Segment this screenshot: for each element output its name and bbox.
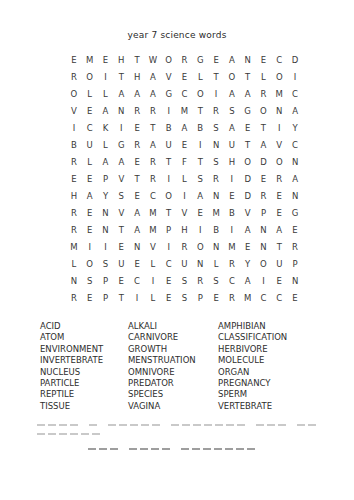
grid-cell[interactable]: A <box>145 68 161 85</box>
grid-cell[interactable]: T <box>208 68 224 85</box>
letter-blank-dash <box>308 424 316 426</box>
letter-blank-dash <box>247 448 255 450</box>
grid-cell[interactable]: R <box>129 102 145 119</box>
letter-blank-dash <box>140 448 148 450</box>
grid-cell[interactable]: M <box>271 85 287 102</box>
grid-cell[interactable]: H <box>177 221 193 238</box>
letter-blank-dash <box>192 448 200 450</box>
grid-cell[interactable]: E <box>129 119 145 136</box>
grid-cell[interactable]: C <box>161 255 177 272</box>
grid-cell[interactable]: E <box>129 153 145 170</box>
answer-line <box>0 448 354 450</box>
grid-cell[interactable]: O <box>66 85 82 102</box>
grid-cell[interactable]: A <box>240 272 256 289</box>
grid-cell[interactable]: S <box>82 272 98 289</box>
grid-cell[interactable]: E <box>129 255 145 272</box>
grid-cell[interactable]: E <box>66 170 82 187</box>
grid-cell[interactable]: K <box>98 119 114 136</box>
grid-cell[interactable]: O <box>240 153 256 170</box>
grid-cell[interactable]: E <box>208 289 224 306</box>
grid-cell[interactable]: L <box>208 255 224 272</box>
grid-cell[interactable]: Y <box>287 119 303 136</box>
grid-cell[interactable]: V <box>240 204 256 221</box>
word-item: ACID <box>40 321 103 332</box>
grid-cell[interactable]: R <box>287 238 303 255</box>
grid-cell[interactable]: C <box>271 51 287 68</box>
grid-cell[interactable]: T <box>161 204 177 221</box>
grid-cell[interactable]: R <box>224 255 240 272</box>
letter-blank-dash <box>182 424 190 426</box>
grid-cell[interactable]: N <box>287 187 303 204</box>
grid-cell[interactable]: R <box>271 170 287 187</box>
grid-cell[interactable]: W <box>145 51 161 68</box>
letter-blank-dash <box>204 424 212 426</box>
letter-blank-dash <box>70 433 78 435</box>
grid-cell[interactable]: H <box>129 68 145 85</box>
grid-cell[interactable]: I <box>161 102 177 119</box>
grid-cell[interactable]: A <box>224 85 240 102</box>
grid-cell[interactable]: A <box>287 170 303 187</box>
grid-cell[interactable]: C <box>129 272 145 289</box>
grid-cell[interactable]: H <box>224 153 240 170</box>
grid-cell[interactable]: R <box>66 204 82 221</box>
grid-cell[interactable]: R <box>192 272 208 289</box>
word-item: VERTEBRATE <box>218 401 287 412</box>
word-list-column: ALKALICARNIVOREGROWTHMENSTRUATIONOMNIVOR… <box>128 321 196 412</box>
grid-cell[interactable]: I <box>287 68 303 85</box>
grid-cell[interactable]: N <box>192 255 208 272</box>
grid-cell[interactable]: O <box>82 255 98 272</box>
blank-word-group <box>37 424 81 426</box>
grid-cell[interactable]: E <box>240 119 256 136</box>
grid-cell[interactable]: A <box>240 85 256 102</box>
grid-cell[interactable]: S <box>224 102 240 119</box>
grid-cell[interactable]: N <box>208 136 224 153</box>
grid-cell[interactable]: A <box>145 136 161 153</box>
grid-cell[interactable]: E <box>82 102 98 119</box>
letter-blank-dash <box>225 448 233 450</box>
grid-cell[interactable]: E <box>161 272 177 289</box>
grid-cell[interactable]: V <box>113 170 129 187</box>
grid-cell[interactable]: P <box>256 204 272 221</box>
word-item: SPECIES <box>128 389 196 400</box>
letter-blank-dash <box>37 433 45 435</box>
grid-cell[interactable]: O <box>82 68 98 85</box>
grid-cell[interactable]: N <box>66 272 82 289</box>
grid-cell[interactable]: A <box>113 85 129 102</box>
grid-cell[interactable]: A <box>240 221 256 238</box>
letter-blank-dash <box>256 424 264 426</box>
grid-cell[interactable]: I <box>224 170 240 187</box>
word-list-column: ACIDATOMENVIRONMENTINVERTEBRATENUCLEUSPA… <box>40 321 103 412</box>
grid-cell[interactable]: E <box>82 289 98 306</box>
grid-cell[interactable]: B <box>208 221 224 238</box>
grid-cell[interactable]: A <box>129 204 145 221</box>
word-item: HERBIVORE <box>218 344 287 355</box>
grid-cell[interactable]: V <box>177 204 193 221</box>
grid-cell[interactable]: E <box>271 204 287 221</box>
grid-cell[interactable]: G <box>113 136 129 153</box>
grid-cell[interactable]: I <box>113 119 129 136</box>
grid-cell[interactable]: M <box>145 204 161 221</box>
grid-cell[interactable]: M <box>145 221 161 238</box>
grid-cell[interactable]: P <box>287 255 303 272</box>
grid-cell[interactable]: I <box>129 289 145 306</box>
grid-cell[interactable]: V <box>271 136 287 153</box>
word-item: NUCLEUS <box>40 367 103 378</box>
grid-cell[interactable]: P <box>98 170 114 187</box>
grid-cell[interactable]: I <box>161 170 177 187</box>
grid-cell[interactable]: R <box>256 187 272 204</box>
grid-cell[interactable]: E <box>287 289 303 306</box>
grid-cell[interactable]: R <box>177 238 193 255</box>
word-list-column: AMPHIBIANCLASSIFICATIONHERBIVOREMOLECULE… <box>218 321 287 412</box>
grid-cell[interactable]: E <box>192 204 208 221</box>
letter-blank-dash <box>89 424 97 426</box>
grid-cell[interactable]: E <box>240 238 256 255</box>
grid-cell[interactable]: E <box>66 51 82 68</box>
grid-cell[interactable]: S <box>113 187 129 204</box>
grid-cell[interactable]: R <box>208 102 224 119</box>
grid-cell[interactable]: U <box>113 255 129 272</box>
grid-cell[interactable]: M <box>82 51 98 68</box>
letter-blank-dash <box>151 448 159 450</box>
grid-cell[interactable]: I <box>161 238 177 255</box>
letter-blank-dash <box>203 448 211 450</box>
letter-blank-dash <box>130 424 138 426</box>
grid-cell[interactable]: O <box>224 68 240 85</box>
grid-cell[interactable]: L <box>98 136 114 153</box>
answer-line <box>37 424 317 426</box>
letter-blank-dash <box>88 448 96 450</box>
grid-cell[interactable]: S <box>208 153 224 170</box>
grid-cell[interactable]: G <box>240 102 256 119</box>
grid-cell[interactable]: I <box>145 272 161 289</box>
grid-cell[interactable]: T <box>113 221 129 238</box>
grid-cell[interactable]: T <box>145 119 161 136</box>
letter-blank-dash <box>59 424 67 426</box>
grid-cell[interactable]: N <box>129 238 145 255</box>
grid-cell[interactable]: I <box>66 119 82 136</box>
grid-cell[interactable]: R <box>66 153 82 170</box>
letter-blank-dash <box>70 424 78 426</box>
word-item: CLASSIFICATION <box>218 332 287 343</box>
grid-cell[interactable]: L <box>256 68 272 85</box>
grid-cell[interactable]: N <box>113 102 129 119</box>
grid-cell[interactable]: I <box>98 238 114 255</box>
letter-blank-dash <box>237 424 245 426</box>
grid-cell[interactable]: E <box>177 68 193 85</box>
grid-cell[interactable]: L <box>145 289 161 306</box>
grid-cell[interactable]: B <box>66 136 82 153</box>
grid-cell[interactable]: D <box>240 187 256 204</box>
grid-cell[interactable]: U <box>177 255 193 272</box>
grid-cell[interactable]: C <box>82 119 98 136</box>
grid-cell[interactable]: T <box>240 68 256 85</box>
grid-cell[interactable]: H <box>113 51 129 68</box>
grid-cell[interactable]: R <box>145 170 161 187</box>
grid-cell[interactable]: A <box>113 153 129 170</box>
letter-blank-dash <box>108 424 116 426</box>
word-item: ATOM <box>40 332 103 343</box>
grid-cell[interactable]: T <box>161 153 177 170</box>
grid-cell[interactable]: N <box>287 153 303 170</box>
word-item: ENVIRONMENT <box>40 344 103 355</box>
grid-cell[interactable]: L <box>192 68 208 85</box>
grid-cell[interactable]: E <box>129 187 145 204</box>
grid-cell[interactable]: I <box>224 221 240 238</box>
word-item: PARTICLE <box>40 378 103 389</box>
grid-cell[interactable]: P <box>161 221 177 238</box>
grid-cell[interactable]: U <box>82 136 98 153</box>
grid-cell[interactable]: S <box>208 272 224 289</box>
grid-cell[interactable]: E <box>208 51 224 68</box>
letter-blank-dash <box>152 424 160 426</box>
grid-cell[interactable]: I <box>82 238 98 255</box>
grid-cell[interactable]: T <box>192 153 208 170</box>
grid-cell[interactable]: P <box>192 289 208 306</box>
grid-cell[interactable]: L <box>98 85 114 102</box>
grid-cell[interactable]: U <box>161 136 177 153</box>
word-item: REPTILE <box>40 389 103 400</box>
grid-cell[interactable]: A <box>98 102 114 119</box>
grid-cell[interactable]: I <box>177 187 193 204</box>
grid-cell[interactable]: C <box>145 187 161 204</box>
grid-cell[interactable]: C <box>224 272 240 289</box>
letter-blank-dash <box>141 424 149 426</box>
grid-cell[interactable]: A <box>271 221 287 238</box>
blank-word-group <box>89 424 100 426</box>
word-item: VAGINA <box>128 401 196 412</box>
grid-cell[interactable]: U <box>271 255 287 272</box>
grid-cell[interactable]: A <box>192 187 208 204</box>
grid-cell[interactable]: V <box>113 204 129 221</box>
grid-cell[interactable]: E <box>256 51 272 68</box>
grid-cell[interactable]: I <box>271 119 287 136</box>
grid-cell[interactable]: D <box>256 153 272 170</box>
grid-cell[interactable]: V <box>161 68 177 85</box>
word-item: ALKALI <box>128 321 196 332</box>
grid-cell[interactable]: V <box>66 102 82 119</box>
grid-cell[interactable]: O <box>161 187 177 204</box>
grid-cell[interactable]: E <box>113 238 129 255</box>
grid-cell[interactable]: S <box>177 289 193 306</box>
answer-line <box>37 433 317 435</box>
puzzle-title: year 7 science words <box>0 30 354 40</box>
letter-blank-dash <box>236 448 244 450</box>
letter-blank-dash <box>215 424 223 426</box>
grid-cell[interactable]: S <box>192 170 208 187</box>
grid-cell[interactable]: E <box>82 221 98 238</box>
grid-cell[interactable]: M <box>66 238 82 255</box>
blank-word-group <box>181 448 258 450</box>
grid-cell[interactable]: C <box>287 85 303 102</box>
grid-cell[interactable]: R <box>129 136 145 153</box>
grid-cell[interactable]: A <box>224 51 240 68</box>
grid-cell[interactable]: E <box>256 170 272 187</box>
grid-cell[interactable]: E <box>177 136 193 153</box>
grid-cell[interactable]: P <box>98 289 114 306</box>
grid-cell[interactable]: R <box>177 51 193 68</box>
letter-blank-dash <box>59 433 67 435</box>
grid-cell[interactable]: N <box>98 221 114 238</box>
letter-blank-dash <box>129 448 137 450</box>
grid-cell[interactable]: B <box>224 204 240 221</box>
blank-word-group <box>37 433 103 435</box>
grid-cell[interactable]: N <box>256 238 272 255</box>
grid-cell[interactable]: T <box>256 119 272 136</box>
letter-blank-dash <box>162 448 170 450</box>
grid-cell[interactable]: N <box>208 187 224 204</box>
word-item: OMNIVORE <box>128 367 196 378</box>
letter-blank-dash <box>214 448 222 450</box>
grid-cell[interactable]: A <box>256 136 272 153</box>
grid-cell[interactable]: G <box>287 204 303 221</box>
grid-cell[interactable]: M <box>208 204 224 221</box>
grid-cell[interactable]: U <box>224 136 240 153</box>
grid-cell[interactable]: D <box>287 51 303 68</box>
grid-cell[interactable]: E <box>82 204 98 221</box>
word-item: SPERM <box>218 389 287 400</box>
grid-cell[interactable]: Y <box>98 187 114 204</box>
grid-cell[interactable]: O <box>256 102 272 119</box>
word-item: TISSUE <box>40 401 103 412</box>
word-item: GROWTH <box>128 344 196 355</box>
grid-cell[interactable]: A <box>224 119 240 136</box>
grid-cell[interactable]: O <box>161 51 177 68</box>
grid-cell[interactable]: A <box>287 102 303 119</box>
grid-cell[interactable]: F <box>177 153 193 170</box>
grid-cell[interactable]: R <box>66 221 82 238</box>
grid-cell[interactable]: H <box>66 187 82 204</box>
grid-cell[interactable]: L <box>177 170 193 187</box>
grid-cell[interactable]: A <box>177 119 193 136</box>
grid-cell[interactable]: N <box>287 272 303 289</box>
grid-cell[interactable]: V <box>145 238 161 255</box>
grid-cell[interactable]: O <box>271 153 287 170</box>
grid-cell[interactable]: T <box>113 289 129 306</box>
letter-blank-dash <box>226 424 234 426</box>
grid-cell[interactable]: I <box>98 68 114 85</box>
grid-cell[interactable]: E <box>82 170 98 187</box>
letter-blank-dash <box>37 424 45 426</box>
grid-cell[interactable]: O <box>192 85 208 102</box>
grid-cell[interactable]: O <box>192 238 208 255</box>
grid-cell[interactable]: E <box>287 221 303 238</box>
word-item: ORGAN <box>218 367 287 378</box>
grid-cell[interactable]: T <box>129 170 145 187</box>
grid-cell[interactable]: T <box>129 51 145 68</box>
grid-cell[interactable]: R <box>224 289 240 306</box>
grid-cell[interactable]: T <box>271 238 287 255</box>
letter-blank-dash <box>81 433 89 435</box>
letter-blank-dash <box>48 424 56 426</box>
grid-cell[interactable]: P <box>98 272 114 289</box>
grid-cell[interactable]: N <box>240 51 256 68</box>
grid-cell[interactable]: I <box>192 221 208 238</box>
grid-cell[interactable]: R <box>208 170 224 187</box>
grid-cell[interactable]: C <box>271 289 287 306</box>
grid-cell[interactable]: Y <box>240 255 256 272</box>
word-item: PREGNANCY <box>218 378 287 389</box>
grid-cell[interactable]: T <box>113 68 129 85</box>
grid-cell[interactable]: M <box>177 102 193 119</box>
grid-cell[interactable]: I <box>256 272 272 289</box>
grid-cell[interactable]: A <box>82 187 98 204</box>
worksheet-page: { "game": "word-search", "title": "year … <box>0 0 354 500</box>
grid-cell[interactable]: O <box>256 255 272 272</box>
grid-cell[interactable]: R <box>145 102 161 119</box>
grid-cell[interactable]: N <box>271 102 287 119</box>
grid-cell[interactable]: R <box>256 85 272 102</box>
grid-cell[interactable]: C <box>177 85 193 102</box>
grid-cell[interactable]: C <box>287 136 303 153</box>
letter-blank-dash <box>171 424 179 426</box>
grid-cell[interactable]: D <box>240 170 256 187</box>
letter-blank-dash <box>110 448 118 450</box>
grid-cell[interactable]: E <box>271 187 287 204</box>
grid-cell[interactable]: E <box>98 51 114 68</box>
grid-cell[interactable]: G <box>192 51 208 68</box>
grid-cell[interactable]: A <box>129 85 145 102</box>
blank-word-group <box>171 424 248 426</box>
grid-cell[interactable]: A <box>129 221 145 238</box>
word-item: MOLECULE <box>218 355 287 366</box>
letter-blank-dash <box>92 433 100 435</box>
grid-cell[interactable]: L <box>66 255 82 272</box>
grid-cell[interactable]: M <box>240 289 256 306</box>
grid-cell[interactable]: E <box>161 289 177 306</box>
grid-cell[interactable]: A <box>98 153 114 170</box>
grid-cell[interactable]: S <box>208 119 224 136</box>
blank-word-group <box>129 448 173 450</box>
grid-cell[interactable]: G <box>161 85 177 102</box>
blank-word-group <box>108 424 163 426</box>
grid-cell[interactable]: L <box>145 255 161 272</box>
letter-blank-dash <box>297 424 305 426</box>
grid-cell[interactable]: E <box>113 272 129 289</box>
grid-cell[interactable]: T <box>240 136 256 153</box>
letter-blank-dash <box>193 424 201 426</box>
grid-cell[interactable]: O <box>271 68 287 85</box>
grid-cell[interactable]: S <box>177 272 193 289</box>
grid-cell[interactable]: N <box>256 221 272 238</box>
grid-cell[interactable]: R <box>66 289 82 306</box>
grid-cell[interactable]: N <box>208 238 224 255</box>
grid-cell[interactable]: I <box>208 85 224 102</box>
grid-cell[interactable]: M <box>224 238 240 255</box>
word-item: INVERTEBRATE <box>40 355 103 366</box>
word-item: MENSTRUATION <box>128 355 196 366</box>
letter-blank-dash <box>48 433 56 435</box>
grid-cell[interactable]: E <box>271 272 287 289</box>
word-item: CARNIVORE <box>128 332 196 343</box>
grid-cell[interactable]: L <box>82 85 98 102</box>
grid-cell[interactable]: R <box>66 68 82 85</box>
letter-blank-dash <box>278 424 286 426</box>
grid-cell[interactable]: C <box>256 289 272 306</box>
grid-cell[interactable]: I <box>192 136 208 153</box>
grid-cell[interactable]: R <box>145 153 161 170</box>
grid-cell[interactable]: B <box>192 119 208 136</box>
grid-cell[interactable]: E <box>224 187 240 204</box>
grid-cell[interactable]: T <box>192 102 208 119</box>
grid-cell[interactable]: L <box>82 153 98 170</box>
grid-cell[interactable]: N <box>98 204 114 221</box>
grid-cell[interactable]: B <box>161 119 177 136</box>
grid-cell[interactable]: S <box>98 255 114 272</box>
grid-cell[interactable]: A <box>145 85 161 102</box>
